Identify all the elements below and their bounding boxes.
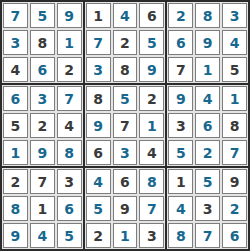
cell-r2c3[interactable]: 1 bbox=[57, 30, 82, 55]
cell-r9c4[interactable]: 2 bbox=[86, 223, 111, 248]
cell-r6c8[interactable]: 2 bbox=[195, 140, 220, 165]
cell-r9c3[interactable]: 5 bbox=[57, 223, 82, 248]
cell-r6c9[interactable]: 7 bbox=[222, 140, 247, 165]
cell-r5c6[interactable]: 1 bbox=[139, 113, 164, 138]
cell-r9c1[interactable]: 9 bbox=[3, 223, 28, 248]
cell-r6c3[interactable]: 8 bbox=[57, 140, 82, 165]
cell-r4c4[interactable]: 8 bbox=[86, 86, 111, 111]
cell-r1c5[interactable]: 4 bbox=[113, 3, 138, 28]
cell-r6c2[interactable]: 9 bbox=[30, 140, 55, 165]
cell-r2c7[interactable]: 6 bbox=[168, 30, 193, 55]
cell-r1c7[interactable]: 2 bbox=[168, 3, 193, 28]
cell-r3c5[interactable]: 8 bbox=[113, 57, 138, 82]
cell-r7c4[interactable]: 4 bbox=[86, 169, 111, 194]
cell-r8c3[interactable]: 6 bbox=[57, 196, 82, 221]
sudoku-board: 7593814621467253892836947156375241988529… bbox=[0, 0, 250, 251]
cell-r2c1[interactable]: 3 bbox=[3, 30, 28, 55]
cell-r5c4[interactable]: 9 bbox=[86, 113, 111, 138]
cell-r1c2[interactable]: 5 bbox=[30, 3, 55, 28]
cell-r5c3[interactable]: 4 bbox=[57, 113, 82, 138]
cell-r5c1[interactable]: 5 bbox=[3, 113, 28, 138]
cell-r3c4[interactable]: 3 bbox=[86, 57, 111, 82]
cell-r3c6[interactable]: 9 bbox=[139, 57, 164, 82]
cell-r7c5[interactable]: 6 bbox=[113, 169, 138, 194]
box-5: 852971634 bbox=[85, 85, 166, 166]
box-9: 159432876 bbox=[167, 168, 248, 249]
box-7: 273816945 bbox=[2, 168, 83, 249]
cell-r1c9[interactable]: 3 bbox=[222, 3, 247, 28]
cell-r5c5[interactable]: 7 bbox=[113, 113, 138, 138]
cell-r2c9[interactable]: 4 bbox=[222, 30, 247, 55]
cell-r8c8[interactable]: 3 bbox=[195, 196, 220, 221]
cell-r7c3[interactable]: 3 bbox=[57, 169, 82, 194]
cell-r2c4[interactable]: 7 bbox=[86, 30, 111, 55]
cell-r2c6[interactable]: 5 bbox=[139, 30, 164, 55]
cell-r3c1[interactable]: 4 bbox=[3, 57, 28, 82]
box-3: 283694715 bbox=[167, 2, 248, 83]
cell-r7c8[interactable]: 5 bbox=[195, 169, 220, 194]
cell-r3c3[interactable]: 2 bbox=[57, 57, 82, 82]
cell-r8c2[interactable]: 1 bbox=[30, 196, 55, 221]
cell-r8c6[interactable]: 7 bbox=[139, 196, 164, 221]
cell-r4c5[interactable]: 5 bbox=[113, 86, 138, 111]
cell-r4c3[interactable]: 7 bbox=[57, 86, 82, 111]
box-6: 941368527 bbox=[167, 85, 248, 166]
cell-r1c1[interactable]: 7 bbox=[3, 3, 28, 28]
cell-r6c4[interactable]: 6 bbox=[86, 140, 111, 165]
cell-r2c8[interactable]: 9 bbox=[195, 30, 220, 55]
cell-r4c6[interactable]: 2 bbox=[139, 86, 164, 111]
cell-r3c9[interactable]: 5 bbox=[222, 57, 247, 82]
cell-r5c7[interactable]: 3 bbox=[168, 113, 193, 138]
cell-r3c7[interactable]: 7 bbox=[168, 57, 193, 82]
cell-r4c8[interactable]: 4 bbox=[195, 86, 220, 111]
box-2: 146725389 bbox=[85, 2, 166, 83]
cell-r7c9[interactable]: 9 bbox=[222, 169, 247, 194]
cell-r4c7[interactable]: 9 bbox=[168, 86, 193, 111]
cell-r4c9[interactable]: 1 bbox=[222, 86, 247, 111]
cell-r6c1[interactable]: 1 bbox=[3, 140, 28, 165]
cell-r7c7[interactable]: 1 bbox=[168, 169, 193, 194]
cell-r5c9[interactable]: 8 bbox=[222, 113, 247, 138]
box-4: 637524198 bbox=[2, 85, 83, 166]
cell-r2c2[interactable]: 8 bbox=[30, 30, 55, 55]
cell-r8c4[interactable]: 5 bbox=[86, 196, 111, 221]
cell-r9c2[interactable]: 4 bbox=[30, 223, 55, 248]
cell-r5c2[interactable]: 2 bbox=[30, 113, 55, 138]
cell-r8c7[interactable]: 4 bbox=[168, 196, 193, 221]
box-1: 759381462 bbox=[2, 2, 83, 83]
cell-r7c6[interactable]: 8 bbox=[139, 169, 164, 194]
cell-r6c6[interactable]: 4 bbox=[139, 140, 164, 165]
cell-r2c5[interactable]: 2 bbox=[113, 30, 138, 55]
cell-r6c5[interactable]: 3 bbox=[113, 140, 138, 165]
cell-r9c9[interactable]: 6 bbox=[222, 223, 247, 248]
cell-r9c7[interactable]: 8 bbox=[168, 223, 193, 248]
cell-r7c1[interactable]: 2 bbox=[3, 169, 28, 194]
cell-r9c8[interactable]: 7 bbox=[195, 223, 220, 248]
cell-r9c5[interactable]: 1 bbox=[113, 223, 138, 248]
cell-r1c4[interactable]: 1 bbox=[86, 3, 111, 28]
cell-r5c8[interactable]: 6 bbox=[195, 113, 220, 138]
cell-r3c8[interactable]: 1 bbox=[195, 57, 220, 82]
cell-r9c6[interactable]: 3 bbox=[139, 223, 164, 248]
cell-r1c3[interactable]: 9 bbox=[57, 3, 82, 28]
cell-r8c9[interactable]: 2 bbox=[222, 196, 247, 221]
cell-r7c2[interactable]: 7 bbox=[30, 169, 55, 194]
cell-r4c2[interactable]: 3 bbox=[30, 86, 55, 111]
cell-r8c1[interactable]: 8 bbox=[3, 196, 28, 221]
cell-r6c7[interactable]: 5 bbox=[168, 140, 193, 165]
box-8: 468597213 bbox=[85, 168, 166, 249]
cell-r3c2[interactable]: 6 bbox=[30, 57, 55, 82]
cell-r8c5[interactable]: 9 bbox=[113, 196, 138, 221]
cell-r1c6[interactable]: 6 bbox=[139, 3, 164, 28]
cell-r1c8[interactable]: 8 bbox=[195, 3, 220, 28]
cell-r4c1[interactable]: 6 bbox=[3, 86, 28, 111]
